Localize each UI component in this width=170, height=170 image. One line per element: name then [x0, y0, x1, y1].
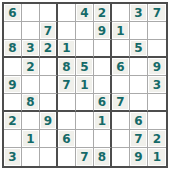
cell-r1c9[interactable]: 7 — [148, 4, 166, 22]
cell-r9c5[interactable]: 7 — [76, 148, 94, 166]
cell-r9c6[interactable]: 8 — [94, 148, 112, 166]
given-digit: 4 — [80, 7, 88, 19]
cell-r8c6[interactable] — [94, 130, 112, 148]
cell-r7c3[interactable]: 9 — [40, 112, 58, 130]
cell-r1c5[interactable]: 4 — [76, 4, 94, 22]
cell-r3c1[interactable]: 8 — [4, 40, 22, 58]
cell-r8c9[interactable]: 2 — [148, 130, 166, 148]
cell-r4c1[interactable] — [4, 58, 22, 76]
given-digit: 7 — [44, 25, 52, 37]
cell-r7c2[interactable] — [22, 112, 40, 130]
cell-r5c1[interactable]: 9 — [4, 76, 22, 94]
cell-r4c4[interactable]: 8 — [58, 58, 76, 76]
cell-r7c1[interactable]: 2 — [4, 112, 22, 130]
given-digit: 7 — [62, 79, 70, 91]
cell-r5c4[interactable]: 7 — [58, 76, 76, 94]
cell-r2c7[interactable]: 1 — [112, 22, 130, 40]
cell-r5c8[interactable] — [130, 76, 148, 94]
cell-r6c6[interactable]: 6 — [94, 94, 112, 112]
cell-r6c8[interactable] — [130, 94, 148, 112]
cell-r2c4[interactable] — [58, 22, 76, 40]
cell-r5c6[interactable] — [94, 76, 112, 94]
cell-r5c5[interactable]: 1 — [76, 76, 94, 94]
sudoku-page: 64237791832152856997138672916167237891 — [0, 0, 170, 170]
given-digit: 6 — [8, 7, 16, 19]
given-digit: 8 — [8, 42, 16, 54]
cell-r3c8[interactable]: 5 — [130, 40, 148, 58]
given-digit: 8 — [62, 61, 70, 73]
cell-r8c2[interactable]: 1 — [22, 130, 40, 148]
cell-r3c9[interactable] — [148, 40, 166, 58]
cell-r1c8[interactable]: 3 — [130, 4, 148, 22]
given-digit: 2 — [44, 42, 52, 54]
given-digit: 3 — [26, 42, 34, 54]
cell-r1c6[interactable]: 2 — [94, 4, 112, 22]
cell-r7c6[interactable]: 1 — [94, 112, 112, 130]
cell-r8c1[interactable] — [4, 130, 22, 148]
cell-r1c2[interactable] — [22, 4, 40, 22]
given-digit: 2 — [8, 115, 16, 127]
given-digit: 1 — [80, 79, 88, 91]
cell-r5c2[interactable] — [22, 76, 40, 94]
given-digit: 9 — [153, 61, 161, 73]
given-digit: 1 — [98, 115, 106, 127]
cell-r6c2[interactable]: 8 — [22, 94, 40, 112]
cell-r1c4[interactable] — [58, 4, 76, 22]
cell-r3c5[interactable] — [76, 40, 94, 58]
cell-r6c9[interactable] — [148, 94, 166, 112]
cell-r9c4[interactable] — [58, 148, 76, 166]
given-digit: 7 — [134, 133, 142, 145]
cell-r2c5[interactable] — [76, 22, 94, 40]
cell-r7c7[interactable] — [112, 112, 130, 130]
given-digit: 5 — [134, 42, 142, 54]
cell-r5c3[interactable] — [40, 76, 58, 94]
cell-r8c5[interactable] — [76, 130, 94, 148]
cell-r7c5[interactable] — [76, 112, 94, 130]
given-digit: 6 — [98, 96, 106, 108]
given-digit: 9 — [134, 151, 142, 163]
given-digit: 3 — [153, 79, 161, 91]
given-digit: 8 — [98, 151, 106, 163]
cell-r2c3[interactable]: 7 — [40, 22, 58, 40]
cell-r9c7[interactable] — [112, 148, 130, 166]
cell-r1c7[interactable] — [112, 4, 130, 22]
cell-r7c4[interactable] — [58, 112, 76, 130]
cell-r6c5[interactable] — [76, 94, 94, 112]
cell-r1c1[interactable]: 6 — [4, 4, 22, 22]
cell-r4c9[interactable]: 9 — [148, 58, 166, 76]
cell-r3c7[interactable] — [112, 40, 130, 58]
given-digit: 1 — [26, 133, 34, 145]
cell-r4c7[interactable]: 6 — [112, 58, 130, 76]
cell-r7c9[interactable] — [148, 112, 166, 130]
given-digit: 7 — [153, 7, 161, 19]
cell-r2c9[interactable] — [148, 22, 166, 40]
cell-r6c1[interactable] — [4, 94, 22, 112]
given-digit: 6 — [116, 61, 124, 73]
cell-r9c1[interactable]: 3 — [4, 148, 22, 166]
cell-r5c7[interactable] — [112, 76, 130, 94]
cell-r5c9[interactable]: 3 — [148, 76, 166, 94]
cell-r8c3[interactable] — [40, 130, 58, 148]
cell-r9c8[interactable]: 9 — [130, 148, 148, 166]
cell-r6c4[interactable] — [58, 94, 76, 112]
given-digit: 3 — [8, 151, 16, 163]
given-digit: 7 — [116, 96, 124, 108]
cell-r4c2[interactable]: 2 — [22, 58, 40, 76]
given-digit: 3 — [134, 7, 142, 19]
cell-r2c2[interactable] — [22, 22, 40, 40]
given-digit: 1 — [116, 25, 124, 37]
given-digit: 7 — [80, 151, 88, 163]
given-digit: 2 — [153, 133, 161, 145]
cell-r8c7[interactable] — [112, 130, 130, 148]
cell-r2c6[interactable]: 9 — [94, 22, 112, 40]
cell-r7c8[interactable]: 6 — [130, 112, 148, 130]
cell-r9c2[interactable] — [22, 148, 40, 166]
given-digit: 1 — [153, 151, 161, 163]
given-digit: 6 — [134, 115, 142, 127]
cell-r1c3[interactable] — [40, 4, 58, 22]
cell-r4c6[interactable] — [94, 58, 112, 76]
cell-r8c4[interactable]: 6 — [58, 130, 76, 148]
given-digit: 9 — [8, 79, 16, 91]
cell-r3c4[interactable]: 1 — [58, 40, 76, 58]
cell-r2c8[interactable] — [130, 22, 148, 40]
given-digit: 5 — [80, 61, 88, 73]
cell-r6c7[interactable]: 7 — [112, 94, 130, 112]
sudoku-board: 64237791832152856997138672916167237891 — [2, 2, 168, 168]
given-digit: 9 — [44, 115, 52, 127]
cell-r3c2[interactable]: 3 — [22, 40, 40, 58]
cell-r3c6[interactable] — [94, 40, 112, 58]
cell-r3c3[interactable]: 2 — [40, 40, 58, 58]
cell-r9c9[interactable]: 1 — [148, 148, 166, 166]
cell-r8c8[interactable]: 7 — [130, 130, 148, 148]
cell-r2c1[interactable] — [4, 22, 22, 40]
given-digit: 6 — [62, 133, 70, 145]
given-digit: 9 — [98, 25, 106, 37]
cell-r4c8[interactable] — [130, 58, 148, 76]
cell-r6c3[interactable] — [40, 94, 58, 112]
cell-r9c3[interactable] — [40, 148, 58, 166]
given-digit: 8 — [26, 96, 34, 108]
given-digit: 1 — [62, 42, 70, 54]
given-digit: 2 — [26, 61, 34, 73]
cell-r4c3[interactable] — [40, 58, 58, 76]
cell-r4c5[interactable]: 5 — [76, 58, 94, 76]
given-digit: 2 — [98, 7, 106, 19]
